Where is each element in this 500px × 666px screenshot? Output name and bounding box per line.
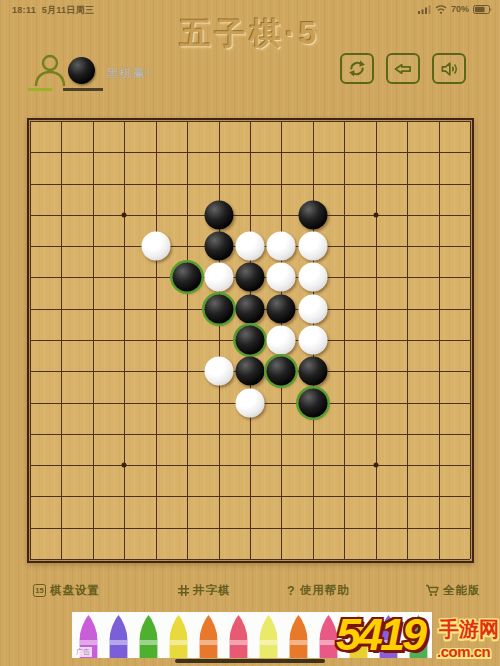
crayon-graphic xyxy=(135,615,162,658)
grid-line xyxy=(470,121,471,559)
question-mark-icon: ? xyxy=(287,584,296,598)
result-text: 黑棋赢! xyxy=(106,65,151,82)
white-stone xyxy=(236,232,265,261)
watermark-domain: .com.cn xyxy=(437,643,490,660)
crayon-graphic xyxy=(195,615,222,658)
grid-line xyxy=(439,121,440,559)
star-point xyxy=(122,212,127,217)
black-stone xyxy=(298,357,327,386)
white-stone xyxy=(204,263,233,292)
black-stone xyxy=(267,294,296,323)
grid-line xyxy=(407,121,408,559)
white-stone xyxy=(267,263,296,292)
black-stone xyxy=(204,232,233,261)
board-grid[interactable] xyxy=(30,121,470,559)
black-stone xyxy=(204,200,233,229)
crayon-graphic xyxy=(165,615,192,658)
crayon-graphic xyxy=(405,615,432,658)
black-stone xyxy=(236,357,265,386)
menu-item-board-settings[interactable]: 15 棋盘设置 xyxy=(33,583,100,598)
black-stone xyxy=(298,200,327,229)
white-stone xyxy=(236,388,265,417)
home-indicator[interactable] xyxy=(175,659,325,663)
board-size-icon: 15 xyxy=(33,584,46,597)
black-stone-winning xyxy=(173,263,202,292)
menu-label: 全能版 xyxy=(443,583,481,598)
black-stone xyxy=(236,263,265,292)
crayon-graphic xyxy=(255,615,282,658)
white-stone xyxy=(204,357,233,386)
grid-line xyxy=(30,434,470,435)
page-title: 五子棋·5 xyxy=(0,13,500,55)
sound-icon xyxy=(438,59,460,79)
shopping-cart-icon xyxy=(425,584,439,597)
menu-item-help[interactable]: ? 使用帮助 xyxy=(287,583,350,598)
black-stone xyxy=(236,294,265,323)
sound-button[interactable] xyxy=(432,53,466,84)
grid-line xyxy=(30,496,470,497)
grid-line xyxy=(30,528,470,529)
white-stone xyxy=(267,326,296,355)
crayon-strip xyxy=(75,615,432,658)
tictactoe-grid-icon xyxy=(178,585,189,596)
menu-label: 使用帮助 xyxy=(300,583,350,598)
back-button[interactable] xyxy=(386,53,420,84)
white-stone xyxy=(298,263,327,292)
gomoku-board[interactable] xyxy=(27,118,474,563)
player-panel: 黑棋赢! xyxy=(0,50,500,95)
white-stone xyxy=(298,294,327,323)
grid-line xyxy=(344,121,345,559)
bottom-menu: 15 棋盘设置 井字棋 ? 使用帮助 全能版 xyxy=(0,583,500,603)
white-stone xyxy=(267,232,296,261)
player-avatar-icon xyxy=(34,53,66,87)
black-stone-indicator xyxy=(68,57,95,84)
crayon-graphic xyxy=(345,615,372,658)
crayon-graphic xyxy=(315,615,342,658)
white-stone xyxy=(298,232,327,261)
ad-label: 广告 xyxy=(74,647,92,657)
black-stone-winning xyxy=(236,326,265,355)
grid-line xyxy=(30,465,470,466)
crayon-graphic xyxy=(285,615,312,658)
menu-item-tictactoe[interactable]: 井字棋 xyxy=(178,583,231,598)
crayon-graphic xyxy=(225,615,252,658)
player-underline-green xyxy=(28,88,52,91)
app-screen: 18:11 5月11日周三 70% 五子棋·5 xyxy=(0,0,500,666)
crayon-graphic xyxy=(105,615,132,658)
restart-button[interactable] xyxy=(340,53,374,84)
white-stone xyxy=(141,232,170,261)
white-stone xyxy=(298,326,327,355)
crayon-graphic xyxy=(375,615,402,658)
black-stone-winning xyxy=(298,388,327,417)
star-point xyxy=(122,463,127,468)
menu-label: 棋盘设置 xyxy=(50,583,100,598)
black-stone-winning xyxy=(204,294,233,323)
star-point xyxy=(373,212,378,217)
watermark-site-name: 手游网 xyxy=(439,616,499,643)
restart-icon xyxy=(346,58,368,79)
grid-line xyxy=(376,121,377,559)
black-stone-winning xyxy=(267,357,296,386)
ad-banner[interactable]: 广告 xyxy=(72,612,432,658)
star-point xyxy=(373,463,378,468)
back-arrow-icon xyxy=(392,59,414,79)
grid-line xyxy=(30,559,470,560)
player-underline-dark xyxy=(63,88,103,91)
menu-item-full-version[interactable]: 全能版 xyxy=(425,583,481,598)
menu-label: 井字棋 xyxy=(193,583,231,598)
